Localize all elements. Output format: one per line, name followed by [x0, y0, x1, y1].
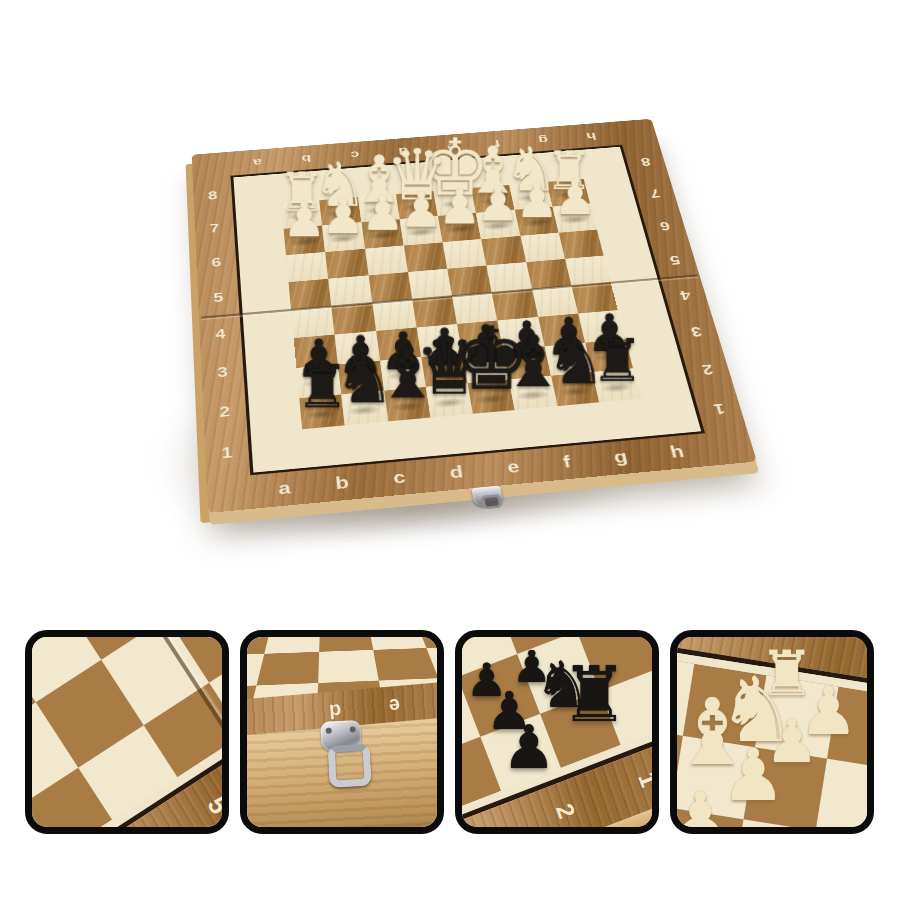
piece-white-pawn: ♟: [256, 197, 353, 243]
coord-label: 3: [466, 832, 497, 834]
chess-board: abcdefgh abcdefgh 87654321 87654321 ♜♞♝♛…: [192, 119, 757, 513]
coord-label: 2: [219, 403, 231, 420]
coord-label: d: [448, 462, 464, 482]
piece-black-pawn: ♟: [502, 717, 556, 777]
coord-label: d: [328, 699, 342, 723]
board-squares: ♜♞♝♛♚♝♞♜♟♟♟♟♟♟♟♟♟♟♟♟♟♟♟♟♜♞♝♛♚♝♞♜: [281, 179, 641, 429]
square-a5: [288, 279, 331, 310]
coord-label: c: [350, 148, 360, 161]
square-f6: [481, 236, 525, 266]
square-e6: [442, 239, 486, 269]
coord-label: g: [612, 447, 630, 467]
square-a1: ♜: [299, 394, 345, 429]
coord-label: d: [398, 144, 409, 157]
square-d6: [404, 242, 448, 272]
thumbnail-board-corner[interactable]: 6 5 4: [25, 630, 229, 834]
coord-label: 3: [217, 364, 228, 381]
square-d5: [408, 269, 452, 300]
coord-label: 4: [215, 326, 226, 342]
thumb2-scene: d e f: [247, 637, 437, 827]
coord-label: 2: [700, 360, 715, 377]
coord-label: 7: [648, 186, 661, 200]
square-h6: [558, 229, 603, 259]
main-product-photo[interactable]: abcdefgh abcdefgh 87654321 87654321 ♜♞♝♛…: [0, 0, 900, 612]
piece-black-rook: ♜: [560, 657, 628, 733]
square-b5: [328, 275, 371, 306]
coord-label: 6: [658, 218, 671, 232]
coord-label: 3: [689, 323, 703, 339]
coord-label: 7: [209, 221, 219, 235]
coord-label: a: [253, 156, 263, 169]
coord-label: b: [301, 152, 312, 165]
coord-label: f: [561, 452, 572, 471]
square-c6: [364, 245, 407, 275]
square-f5: [486, 262, 531, 293]
coord-label: 1: [711, 399, 726, 416]
board-frame: abcdefgh abcdefgh 87654321 87654321 ♜♞♝♛…: [192, 119, 757, 513]
page: { "game": "chess", "scene": "Product pho…: [0, 0, 900, 900]
thumbnail-white-pieces[interactable]: 8 7 ♜ ♞ ♝ ♟ ♟ ♟ ♟: [670, 630, 874, 834]
thumb1-scene: 6 5 4: [32, 637, 222, 827]
coord-label: 1: [221, 444, 233, 462]
square-b6: [325, 249, 368, 279]
square-a6: [286, 252, 328, 282]
piece-black-rook: ♜: [269, 359, 375, 415]
coord-label: 8: [208, 189, 218, 203]
thumb4-scene: 8 7 ♜ ♞ ♝ ♟ ♟ ♟ ♟: [677, 637, 867, 827]
coord-label: 2: [550, 800, 581, 823]
latch-clasp-icon: [313, 720, 370, 789]
coord-label: 6: [211, 255, 222, 270]
piece-white-pawn: ♟: [670, 783, 732, 834]
square-e5: [447, 265, 492, 296]
square-g6: [520, 232, 565, 262]
coord-label: b: [334, 473, 349, 493]
coord-label: h: [668, 442, 686, 462]
coord-label: c: [392, 467, 407, 487]
square-g5: [526, 259, 572, 289]
coord-label: 1: [632, 768, 659, 791]
coord-label: 4: [678, 287, 692, 302]
thumbnail-folded-latch[interactable]: d e f: [240, 630, 444, 834]
square-h5: [565, 255, 611, 285]
coord-label: h: [585, 129, 598, 141]
coord-label: 5: [213, 290, 224, 305]
coord-label: 5: [201, 791, 229, 820]
square-a7: ♟: [284, 226, 326, 255]
coord-label: a: [277, 478, 291, 498]
coord-label: 5: [668, 252, 682, 267]
latch-clasp-icon: [472, 486, 504, 507]
coord-label: e: [505, 457, 521, 477]
thumb3-scene: 3 2 1 8 ♟ ♟ ♞ ♜ ♟ ♟: [462, 637, 652, 827]
thumbnail-black-pieces[interactable]: 3 2 1 8 ♟ ♟ ♞ ♜ ♟ ♟: [455, 630, 659, 834]
coord-label: e: [388, 694, 401, 718]
coord-label: 8: [639, 154, 652, 167]
